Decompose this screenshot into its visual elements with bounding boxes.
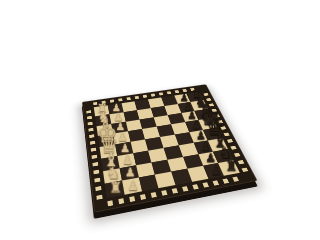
chess-board: ♜♟♟♜♞♟♟♞♝♟♟♝♚♟♟♚♛♟♟♛♝♟♟♝♞♟♟♞♜♟♟♜: [82, 84, 150, 150]
board-field: ♜♟♟♜♞♟♟♞♝♟♟♝♚♟♟♚♛♟♟♛♝♟♟♝♞♟♟♞♜♟♟♜: [94, 92, 150, 150]
chess-set-photo: ♜♟♟♜♞♟♟♞♝♟♟♝♚♟♟♚♛♟♟♛♝♟♟♝♞♟♟♞♜♟♟♜: [0, 0, 150, 150]
board-tilt-wrapper: ♜♟♟♜♞♟♟♞♝♟♟♝♚♟♟♚♛♟♟♛♝♟♟♝♞♟♟♞♜♟♟♜: [82, 84, 150, 150]
